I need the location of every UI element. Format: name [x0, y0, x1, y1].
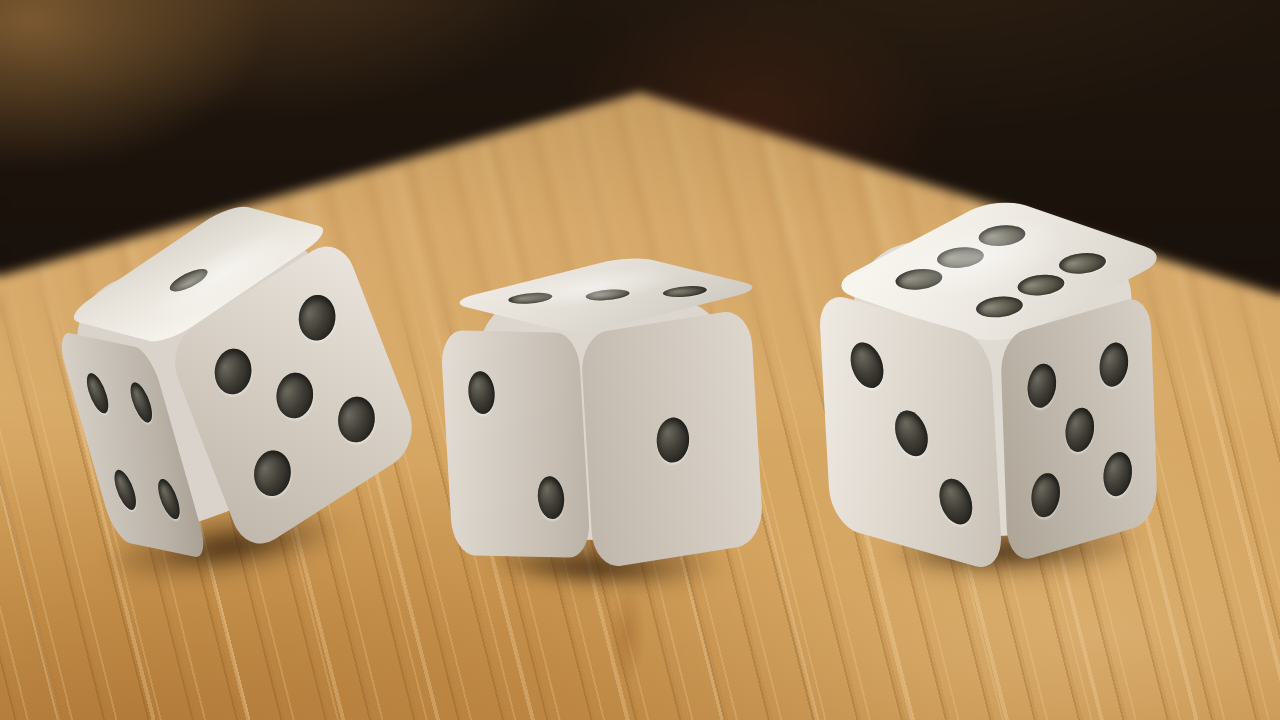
pip [926, 243, 992, 272]
pip [967, 222, 1033, 251]
pip [1006, 271, 1072, 300]
die-3 [0, 0, 1280, 720]
pip [965, 293, 1031, 322]
pip [1048, 249, 1114, 278]
pip [893, 405, 928, 459]
pip [884, 265, 950, 294]
die-3-face-front_right [1000, 293, 1158, 565]
pip [849, 337, 884, 391]
pip [1026, 359, 1056, 411]
dice-photo-scene: Three glossy white six-sided dice on a l… [0, 0, 1280, 720]
pip [1030, 468, 1060, 520]
pip [1098, 338, 1128, 390]
pip [937, 473, 972, 527]
pip [1064, 403, 1094, 455]
pip [1102, 447, 1132, 499]
